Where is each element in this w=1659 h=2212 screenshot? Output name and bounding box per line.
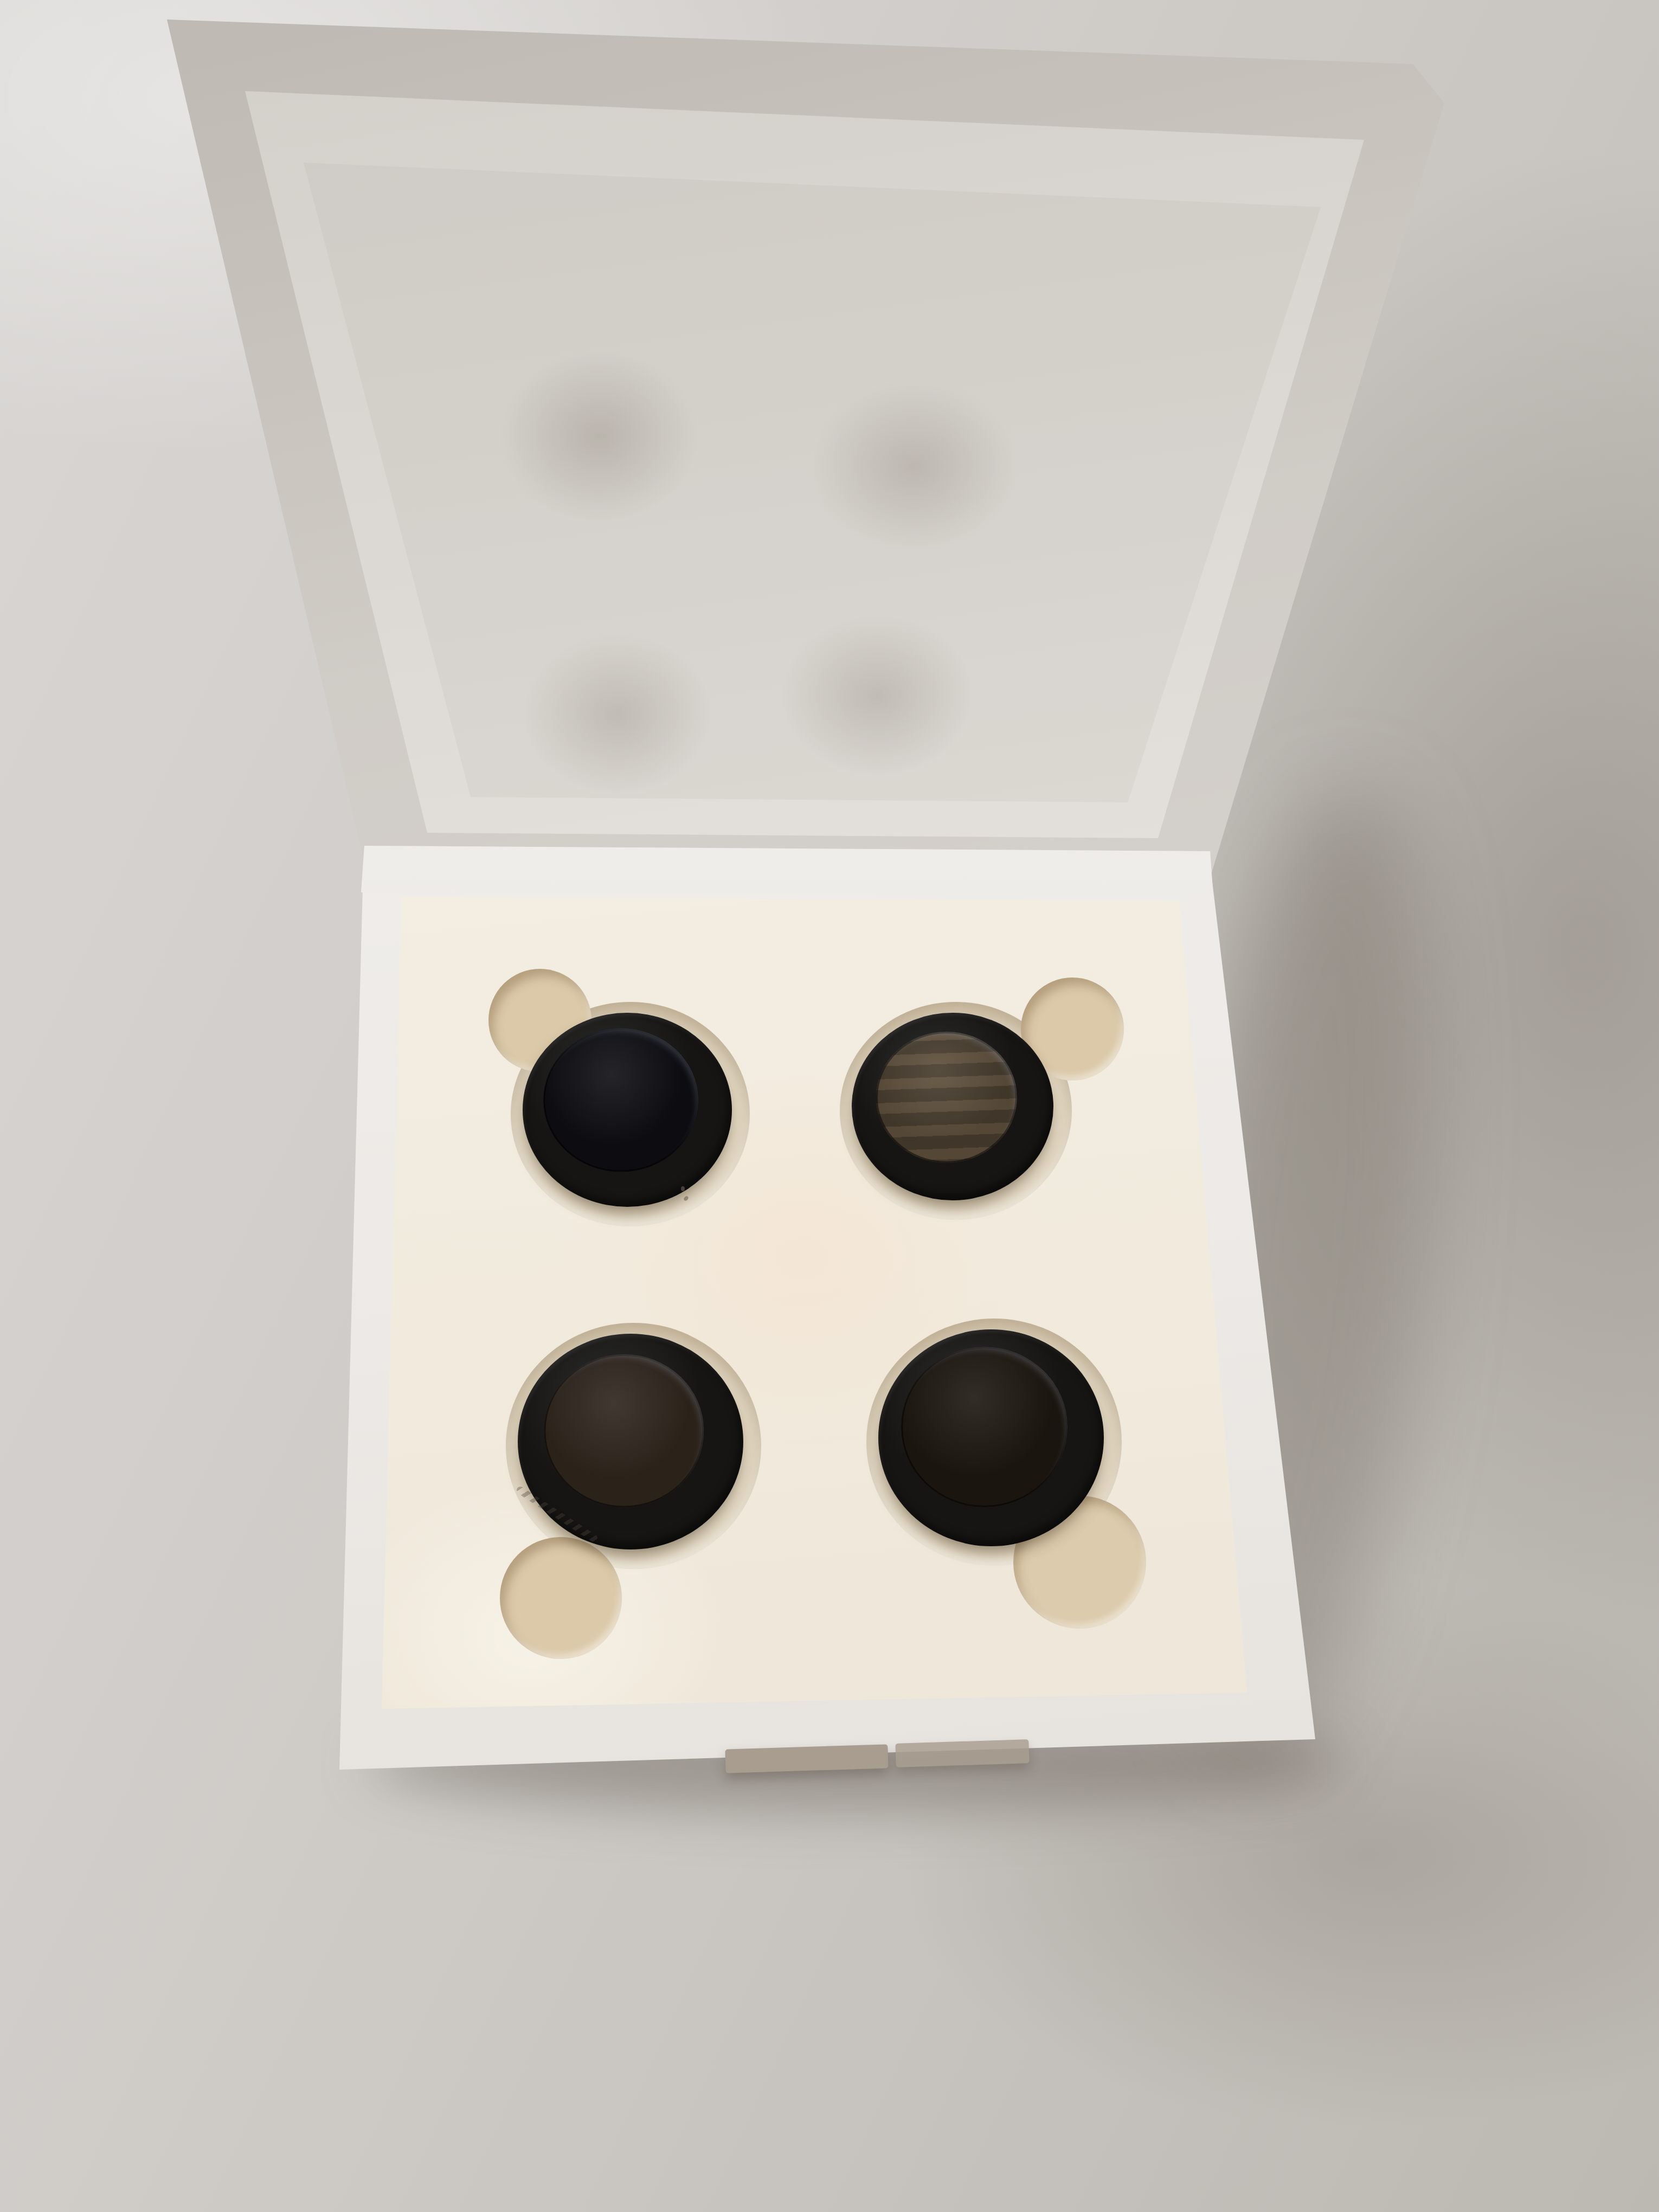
filter-top-right bbox=[852, 1013, 1053, 1200]
filter-bottom-right bbox=[878, 1329, 1104, 1546]
latch-tab-right bbox=[895, 1739, 1029, 1767]
filter-glass-bottom-right bbox=[901, 1347, 1068, 1507]
filter-glass-top-right bbox=[876, 1032, 1017, 1163]
finger-notch-bottom-left bbox=[500, 1537, 622, 1659]
dust-speck bbox=[681, 1186, 685, 1191]
photo-stage bbox=[0, 0, 1659, 2212]
filter-glass-top-left bbox=[544, 1028, 699, 1172]
filter-top-left bbox=[523, 1013, 732, 1207]
filter-bottom-left bbox=[518, 1334, 743, 1549]
filter-glass-bottom-left bbox=[544, 1354, 704, 1508]
latch-tab-left bbox=[725, 1744, 888, 1773]
